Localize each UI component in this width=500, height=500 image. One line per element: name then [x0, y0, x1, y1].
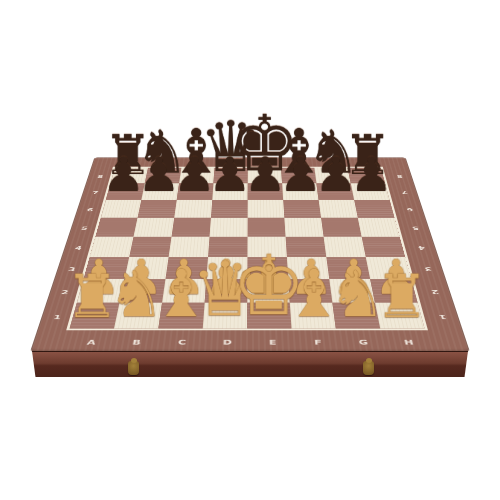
- square-g7: ♟: [316, 183, 354, 200]
- square-b5: [133, 218, 174, 237]
- square-g1: ♞: [332, 303, 380, 329]
- file-label-e: E: [250, 159, 283, 167]
- square-e5: [248, 218, 286, 237]
- square-h1: ♜: [375, 303, 425, 329]
- square-d5: [210, 218, 248, 237]
- file-label-b: B: [113, 335, 161, 350]
- file-label-f: F: [283, 159, 317, 167]
- file-label-c: C: [184, 159, 218, 167]
- rank-label-3: 3: [413, 258, 443, 280]
- board-grid: ♜♞♝♛♚♝♞♜♟♟♟♟♟♟♟♟♟♟♟♟♟♟♟♟♜♞♝♛♚♝♞♜: [70, 168, 425, 329]
- file-label-g: G: [315, 159, 349, 167]
- square-e7: ♟: [248, 183, 283, 200]
- rank-label-5: 5: [402, 219, 430, 238]
- file-label-h: H: [384, 335, 433, 350]
- square-f5: [284, 218, 323, 237]
- file-label-e: E: [250, 335, 296, 350]
- box-side-panel: [32, 351, 468, 377]
- brass-clasp-right-icon: [363, 361, 374, 375]
- chess-set-scene: ABCDEFGH ABCDEFGH 87654321 87654321 ♜♞♝♛…: [0, 0, 500, 500]
- square-d6: [211, 200, 248, 218]
- file-label-g: G: [340, 335, 388, 350]
- file-label-f: F: [295, 335, 342, 350]
- chess-board: ABCDEFGH ABCDEFGH 87654321 87654321 ♜♞♝♛…: [30, 157, 470, 352]
- rank-label-8: 8: [388, 169, 413, 185]
- file-label-d: D: [204, 335, 250, 350]
- square-e6: [248, 200, 285, 218]
- square-h7: ♟: [351, 183, 390, 200]
- board-frame-line: ♜♞♝♛♚♝♞♜♟♟♟♟♟♟♟♟♟♟♟♟♟♟♟♟♜♞♝♛♚♝♞♜: [66, 167, 428, 330]
- file-labels-top: ABCDEFGH: [117, 159, 382, 167]
- square-h6: [354, 200, 394, 218]
- square-c5: [171, 218, 210, 237]
- square-d7: ♟: [212, 183, 248, 200]
- file-label-a: A: [117, 159, 152, 167]
- square-a6: [101, 200, 141, 218]
- photo-background: ABCDEFGH ABCDEFGH 87654321 87654321 ♜♞♝♛…: [0, 0, 500, 500]
- rank-label-4: 4: [407, 238, 436, 258]
- file-label-h: H: [348, 159, 383, 167]
- file-labels-bottom: ABCDEFGH: [67, 335, 434, 350]
- square-a5: [95, 218, 137, 237]
- square-g5: [321, 218, 362, 237]
- square-b6: [138, 200, 177, 218]
- brass-clasp-left-icon: [128, 361, 139, 375]
- file-label-b: B: [151, 159, 185, 167]
- rank-label-1: 1: [426, 304, 460, 330]
- rank-label-6: 6: [397, 201, 424, 219]
- square-g6: [319, 200, 358, 218]
- square-h5: [358, 218, 400, 237]
- box-front-edge: [32, 351, 468, 379]
- square-c6: [174, 200, 212, 218]
- file-label-c: C: [158, 335, 205, 350]
- rank-label-7: 7: [392, 184, 418, 201]
- file-label-d: D: [217, 159, 250, 167]
- file-label-a: A: [67, 335, 116, 350]
- square-f6: [283, 200, 321, 218]
- square-f7: ♟: [282, 183, 319, 200]
